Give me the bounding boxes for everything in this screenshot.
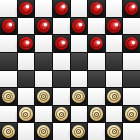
square-r2c3-pdn-10[interactable] (53, 35, 70, 52)
square-r5c3[interactable] (53, 88, 70, 105)
square-r6c0[interactable] (0, 106, 17, 123)
square-r6c2[interactable] (35, 106, 52, 123)
square-r1c2-pdn-6[interactable] (35, 18, 52, 35)
square-r3c1[interactable] (18, 53, 35, 70)
square-r6c7-pdn-28[interactable] (123, 106, 140, 123)
square-r6c3-pdn-26[interactable] (53, 106, 70, 123)
square-r3c6-pdn-16[interactable] (106, 53, 123, 70)
square-r5c4-pdn-23[interactable] (71, 88, 88, 105)
square-r6c6[interactable] (106, 106, 123, 123)
square-r2c4[interactable] (71, 35, 88, 52)
square-r0c1-pdn-1[interactable] (18, 0, 35, 17)
red-piece[interactable] (55, 37, 68, 50)
square-r5c5[interactable] (88, 88, 105, 105)
square-r6c1-pdn-25[interactable] (18, 106, 35, 123)
white-piece[interactable] (72, 90, 85, 103)
white-piece[interactable] (107, 90, 120, 103)
red-piece[interactable] (2, 19, 15, 32)
square-r2c6[interactable] (106, 35, 123, 52)
white-piece[interactable] (37, 125, 50, 138)
square-r4c5-pdn-19[interactable] (88, 71, 105, 88)
red-piece[interactable] (107, 19, 120, 32)
checkers-board (0, 0, 140, 140)
square-r5c6-pdn-24[interactable] (106, 88, 123, 105)
square-r3c7[interactable] (123, 53, 140, 70)
square-r4c0[interactable] (0, 71, 17, 88)
square-r1c1[interactable] (18, 18, 35, 35)
square-r1c5[interactable] (88, 18, 105, 35)
red-piece[interactable] (19, 2, 32, 15)
square-r3c3[interactable] (53, 53, 70, 70)
square-r1c3[interactable] (53, 18, 70, 35)
square-r0c6[interactable] (106, 0, 123, 17)
square-r4c3-pdn-18[interactable] (53, 71, 70, 88)
white-piece[interactable] (55, 107, 68, 120)
square-r7c5[interactable] (88, 123, 105, 140)
square-r0c2[interactable] (35, 0, 52, 17)
square-r6c5-pdn-27[interactable] (88, 106, 105, 123)
square-r7c0-pdn-29[interactable] (0, 123, 17, 140)
square-r7c6-pdn-32[interactable] (106, 123, 123, 140)
square-r1c7[interactable] (123, 18, 140, 35)
square-r3c2-pdn-14[interactable] (35, 53, 52, 70)
white-piece[interactable] (2, 125, 15, 138)
square-r2c0[interactable] (0, 35, 17, 52)
square-r0c4[interactable] (71, 0, 88, 17)
square-r5c2-pdn-22[interactable] (35, 88, 52, 105)
square-r6c4[interactable] (71, 106, 88, 123)
square-r7c4-pdn-31[interactable] (71, 123, 88, 140)
red-piece[interactable] (19, 37, 32, 50)
red-piece[interactable] (55, 2, 68, 15)
square-r4c6[interactable] (106, 71, 123, 88)
white-piece[interactable] (37, 90, 50, 103)
white-piece[interactable] (90, 107, 103, 120)
square-r4c7-pdn-20[interactable] (123, 71, 140, 88)
square-r1c0-pdn-5[interactable] (0, 18, 17, 35)
white-piece[interactable] (2, 90, 15, 103)
white-piece[interactable] (107, 125, 120, 138)
red-piece[interactable] (37, 19, 50, 32)
square-r2c1-pdn-9[interactable] (18, 35, 35, 52)
square-r0c0[interactable] (0, 0, 17, 17)
square-r4c2[interactable] (35, 71, 52, 88)
red-piece[interactable] (90, 2, 103, 15)
square-r3c0-pdn-13[interactable] (0, 53, 17, 70)
square-r7c2-pdn-30[interactable] (35, 123, 52, 140)
red-piece[interactable] (125, 37, 138, 50)
square-r3c5[interactable] (88, 53, 105, 70)
square-r2c2[interactable] (35, 35, 52, 52)
square-r0c7-pdn-4[interactable] (123, 0, 140, 17)
square-r7c3[interactable] (53, 123, 70, 140)
square-r5c7[interactable] (123, 88, 140, 105)
square-r4c4[interactable] (71, 71, 88, 88)
square-r1c4-pdn-7[interactable] (71, 18, 88, 35)
red-piece[interactable] (90, 37, 103, 50)
square-r5c1[interactable] (18, 88, 35, 105)
square-r4c1-pdn-17[interactable] (18, 71, 35, 88)
square-r0c3-pdn-2[interactable] (53, 0, 70, 17)
white-piece[interactable] (19, 107, 32, 120)
square-r1c6-pdn-8[interactable] (106, 18, 123, 35)
white-piece[interactable] (125, 107, 138, 120)
square-r3c4-pdn-15[interactable] (71, 53, 88, 70)
red-piece[interactable] (72, 19, 85, 32)
square-r7c1[interactable] (18, 123, 35, 140)
square-r7c7[interactable] (123, 123, 140, 140)
red-piece[interactable] (125, 2, 138, 15)
white-piece[interactable] (72, 125, 85, 138)
square-r0c5-pdn-3[interactable] (88, 0, 105, 17)
square-r2c7-pdn-12[interactable] (123, 35, 140, 52)
square-r5c0-pdn-21[interactable] (0, 88, 17, 105)
square-r2c5-pdn-11[interactable] (88, 35, 105, 52)
